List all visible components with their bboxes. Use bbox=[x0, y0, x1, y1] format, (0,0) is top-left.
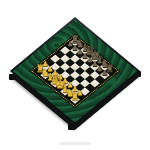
black-pawn-h7[interactable]: ♟ bbox=[102, 70, 108, 77]
white-rook-h1[interactable]: ♜ bbox=[71, 92, 80, 102]
watermark bbox=[59, 142, 91, 145]
chess-set-photo: ♜♞♝♛♚♝♞♜♟♟♟♟♟♟♟♟♟♟♟♟♟♟♟♟♜♞♝♛♚♝♞♜ bbox=[0, 0, 150, 150]
